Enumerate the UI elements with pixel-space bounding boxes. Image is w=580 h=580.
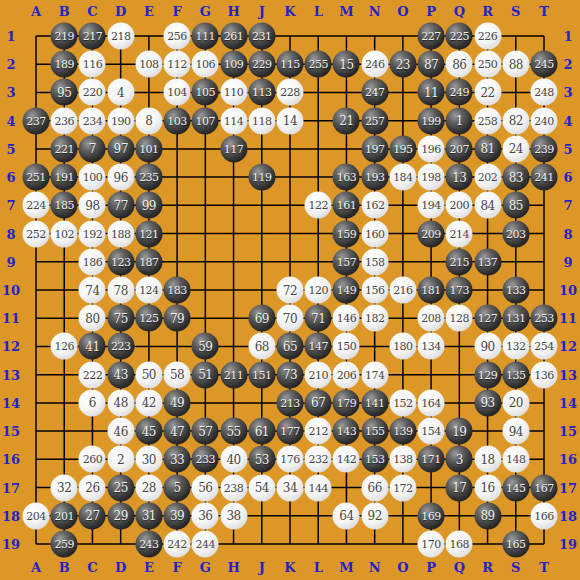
stone-D8[interactable]: 188 [107, 220, 134, 247]
stone-S11[interactable]: 131 [502, 305, 529, 332]
stone-P2[interactable]: 87 [418, 51, 445, 78]
stone-Q11[interactable]: 128 [446, 305, 473, 332]
stone-S14[interactable]: 20 [502, 389, 529, 416]
stone-O17[interactable]: 172 [389, 474, 416, 501]
stone-M2[interactable]: 15 [333, 51, 360, 78]
row-label-left-9: 9 [6, 255, 15, 268]
stone-B1[interactable]: 219 [51, 23, 78, 50]
stone-F17[interactable]: 5 [164, 474, 191, 501]
stone-J12[interactable]: 68 [248, 333, 275, 360]
stone-T2[interactable]: 245 [531, 51, 558, 78]
stone-N4[interactable]: 257 [361, 107, 388, 134]
stone-C5[interactable]: 7 [79, 135, 106, 162]
stone-D13[interactable]: 43 [107, 361, 134, 388]
move-number: 47 [170, 425, 184, 437]
stone-Q1[interactable]: 225 [446, 23, 473, 50]
stone-G18[interactable]: 36 [192, 502, 219, 529]
stone-Q9[interactable]: 215 [446, 248, 473, 275]
stone-N17[interactable]: 66 [361, 474, 388, 501]
stone-E8[interactable]: 121 [135, 220, 162, 247]
stone-J2[interactable]: 229 [248, 51, 275, 78]
stone-F11[interactable]: 79 [164, 305, 191, 332]
stone-B3[interactable]: 95 [51, 79, 78, 106]
move-number: 128 [450, 313, 470, 324]
move-number: 238 [224, 482, 244, 493]
stone-F2[interactable]: 112 [164, 51, 191, 78]
move-number: 173 [450, 285, 470, 296]
stone-J6[interactable]: 119 [248, 164, 275, 191]
stone-S19[interactable]: 165 [502, 531, 529, 558]
stone-P12[interactable]: 134 [418, 333, 445, 360]
stone-Q17[interactable]: 17 [446, 474, 473, 501]
move-number: 210 [308, 369, 328, 380]
stone-M8[interactable]: 159 [333, 220, 360, 247]
stone-E10[interactable]: 124 [135, 277, 162, 304]
stone-D7[interactable]: 77 [107, 192, 134, 219]
stone-L13[interactable]: 210 [305, 361, 332, 388]
stone-Q15[interactable]: 19 [446, 418, 473, 445]
stone-J1[interactable]: 231 [248, 23, 275, 50]
stone-Q7[interactable]: 200 [446, 192, 473, 219]
stone-C10[interactable]: 74 [79, 277, 106, 304]
stone-E11[interactable]: 125 [135, 305, 162, 332]
stone-F3[interactable]: 104 [164, 79, 191, 106]
row-label-right-16: 16 [559, 453, 577, 466]
move-number: 211 [224, 369, 244, 380]
stone-B12[interactable]: 126 [51, 333, 78, 360]
move-number: 19 [452, 425, 466, 437]
stone-D16[interactable]: 2 [107, 446, 134, 473]
stone-P16[interactable]: 171 [418, 446, 445, 473]
stone-N2[interactable]: 246 [361, 51, 388, 78]
stone-C12[interactable]: 41 [79, 333, 106, 360]
stone-S7[interactable]: 85 [502, 192, 529, 219]
stone-F18[interactable]: 39 [164, 502, 191, 529]
move-number: 58 [170, 369, 184, 381]
stone-Q3[interactable]: 249 [446, 79, 473, 106]
stone-R14[interactable]: 93 [474, 389, 501, 416]
stone-K12[interactable]: 65 [277, 333, 304, 360]
move-number: 79 [170, 312, 184, 324]
stone-G19[interactable]: 244 [192, 531, 219, 558]
row-label-right-18: 18 [559, 509, 577, 522]
move-number: 212 [308, 426, 328, 437]
stone-F10[interactable]: 183 [164, 277, 191, 304]
stone-F15[interactable]: 47 [164, 418, 191, 445]
stone-N14[interactable]: 141 [361, 389, 388, 416]
stone-T5[interactable]: 239 [531, 135, 558, 162]
stone-R11[interactable]: 127 [474, 305, 501, 332]
stone-P14[interactable]: 164 [418, 389, 445, 416]
stone-P19[interactable]: 170 [418, 531, 445, 558]
stone-E2[interactable]: 108 [135, 51, 162, 78]
stone-L7[interactable]: 122 [305, 192, 332, 219]
stone-G2[interactable]: 106 [192, 51, 219, 78]
stone-J3[interactable]: 113 [248, 79, 275, 106]
stone-L15[interactable]: 212 [305, 418, 332, 445]
col-label-top-A: A [31, 5, 41, 18]
stone-A7[interactable]: 224 [23, 192, 50, 219]
stone-N3[interactable]: 247 [361, 79, 388, 106]
stone-K11[interactable]: 70 [277, 305, 304, 332]
stone-T18[interactable]: 166 [531, 502, 558, 529]
stone-H17[interactable]: 238 [220, 474, 247, 501]
stone-M14[interactable]: 179 [333, 389, 360, 416]
stone-D5[interactable]: 97 [107, 135, 134, 162]
move-number: 217 [83, 31, 103, 42]
stone-J17[interactable]: 54 [248, 474, 275, 501]
stone-E17[interactable]: 28 [135, 474, 162, 501]
stone-F14[interactable]: 49 [164, 389, 191, 416]
stone-R2[interactable]: 250 [474, 51, 501, 78]
move-number: 135 [506, 369, 526, 380]
stone-C8[interactable]: 192 [79, 220, 106, 247]
stone-P18[interactable]: 169 [418, 502, 445, 529]
stone-P10[interactable]: 181 [418, 277, 445, 304]
move-number: 114 [224, 115, 244, 126]
stone-S8[interactable]: 203 [502, 220, 529, 247]
stone-L16[interactable]: 232 [305, 446, 332, 473]
move-number: 105 [196, 87, 216, 98]
stone-G1[interactable]: 111 [192, 23, 219, 50]
stone-F1[interactable]: 256 [164, 23, 191, 50]
stone-G17[interactable]: 56 [192, 474, 219, 501]
stone-O12[interactable]: 180 [389, 333, 416, 360]
move-number: 204 [26, 510, 46, 521]
stone-J13[interactable]: 151 [248, 361, 275, 388]
stone-K17[interactable]: 34 [277, 474, 304, 501]
stone-C16[interactable]: 260 [79, 446, 106, 473]
stone-P6[interactable]: 198 [418, 164, 445, 191]
stone-N13[interactable]: 174 [361, 361, 388, 388]
stone-J11[interactable]: 69 [248, 305, 275, 332]
stone-T4[interactable]: 240 [531, 107, 558, 134]
stone-K2[interactable]: 115 [277, 51, 304, 78]
stone-T13[interactable]: 136 [531, 361, 558, 388]
stone-D18[interactable]: 29 [107, 502, 134, 529]
stone-J15[interactable]: 61 [248, 418, 275, 445]
stone-R13[interactable]: 129 [474, 361, 501, 388]
stone-H3[interactable]: 110 [220, 79, 247, 106]
stone-L2[interactable]: 255 [305, 51, 332, 78]
stone-P1[interactable]: 227 [418, 23, 445, 50]
stone-P15[interactable]: 154 [418, 418, 445, 445]
stone-N6[interactable]: 193 [361, 164, 388, 191]
stone-C1[interactable]: 217 [79, 23, 106, 50]
stone-L10[interactable]: 120 [305, 277, 332, 304]
stone-O5[interactable]: 195 [389, 135, 416, 162]
stone-D6[interactable]: 96 [107, 164, 134, 191]
stone-C6[interactable]: 100 [79, 164, 106, 191]
move-number: 49 [170, 397, 184, 409]
stone-S16[interactable]: 148 [502, 446, 529, 473]
stone-N18[interactable]: 92 [361, 502, 388, 529]
stone-H4[interactable]: 114 [220, 107, 247, 134]
stone-D1[interactable]: 218 [107, 23, 134, 50]
stone-C4[interactable]: 234 [79, 107, 106, 134]
stone-Q10[interactable]: 173 [446, 277, 473, 304]
row-label-right-5: 5 [563, 142, 572, 155]
stone-K14[interactable]: 213 [277, 389, 304, 416]
stone-C3[interactable]: 220 [79, 79, 106, 106]
stone-C17[interactable]: 26 [79, 474, 106, 501]
stone-T11[interactable]: 253 [531, 305, 558, 332]
stone-C11[interactable]: 80 [79, 305, 106, 332]
stone-D4[interactable]: 190 [107, 107, 134, 134]
stone-E4[interactable]: 8 [135, 107, 162, 134]
move-number: 186 [83, 256, 103, 267]
stone-R16[interactable]: 18 [474, 446, 501, 473]
move-number: 86 [452, 58, 466, 70]
row-label-left-18: 18 [2, 509, 20, 522]
stone-C13[interactable]: 222 [79, 361, 106, 388]
stone-E18[interactable]: 31 [135, 502, 162, 529]
stone-R17[interactable]: 16 [474, 474, 501, 501]
stone-R5[interactable]: 81 [474, 135, 501, 162]
move-number: 171 [421, 454, 441, 465]
stone-G13[interactable]: 51 [192, 361, 219, 388]
move-number: 153 [365, 454, 385, 465]
stone-C14[interactable]: 6 [79, 389, 106, 416]
stone-O10[interactable]: 216 [389, 277, 416, 304]
stone-D11[interactable]: 75 [107, 305, 134, 332]
stone-A8[interactable]: 252 [23, 220, 50, 247]
stone-S12[interactable]: 132 [502, 333, 529, 360]
stone-T3[interactable]: 248 [531, 79, 558, 106]
move-number: 253 [534, 313, 554, 324]
stone-Q19[interactable]: 168 [446, 531, 473, 558]
stone-M6[interactable]: 163 [333, 164, 360, 191]
stone-L12[interactable]: 147 [305, 333, 332, 360]
stone-E15[interactable]: 45 [135, 418, 162, 445]
stone-G16[interactable]: 233 [192, 446, 219, 473]
stone-M16[interactable]: 142 [333, 446, 360, 473]
stone-G12[interactable]: 59 [192, 333, 219, 360]
stone-D12[interactable]: 223 [107, 333, 134, 360]
stone-P11[interactable]: 208 [418, 305, 445, 332]
stone-B2[interactable]: 189 [51, 51, 78, 78]
stone-S4[interactable]: 82 [502, 107, 529, 134]
stone-S17[interactable]: 145 [502, 474, 529, 501]
stone-R7[interactable]: 84 [474, 192, 501, 219]
stone-N15[interactable]: 155 [361, 418, 388, 445]
move-number: 14 [283, 115, 297, 127]
stone-H16[interactable]: 40 [220, 446, 247, 473]
row-label-left-6: 6 [6, 171, 15, 184]
stone-E6[interactable]: 235 [135, 164, 162, 191]
stone-Q5[interactable]: 207 [446, 135, 473, 162]
stone-F13[interactable]: 58 [164, 361, 191, 388]
stone-H15[interactable]: 55 [220, 418, 247, 445]
stone-R4[interactable]: 258 [474, 107, 501, 134]
stone-T6[interactable]: 241 [531, 164, 558, 191]
stone-D3[interactable]: 4 [107, 79, 134, 106]
move-number: 235 [139, 172, 159, 183]
stone-L14[interactable]: 67 [305, 389, 332, 416]
move-number: 247 [365, 87, 385, 98]
stone-K10[interactable]: 72 [277, 277, 304, 304]
stone-E16[interactable]: 30 [135, 446, 162, 473]
stone-K4[interactable]: 14 [277, 107, 304, 134]
move-number: 21 [339, 115, 353, 127]
stone-P7[interactable]: 194 [418, 192, 445, 219]
stone-D17[interactable]: 25 [107, 474, 134, 501]
stone-M11[interactable]: 146 [333, 305, 360, 332]
stone-S5[interactable]: 24 [502, 135, 529, 162]
stone-E7[interactable]: 99 [135, 192, 162, 219]
stone-M15[interactable]: 143 [333, 418, 360, 445]
move-number: 57 [198, 425, 212, 437]
stone-A6[interactable]: 251 [23, 164, 50, 191]
stone-O2[interactable]: 23 [389, 51, 416, 78]
stone-G3[interactable]: 105 [192, 79, 219, 106]
stone-E9[interactable]: 187 [135, 248, 162, 275]
stone-S6[interactable]: 83 [502, 164, 529, 191]
move-number: 260 [83, 454, 103, 465]
stone-R1[interactable]: 226 [474, 23, 501, 50]
stone-S2[interactable]: 88 [502, 51, 529, 78]
move-number: 245 [534, 59, 554, 70]
stone-F4[interactable]: 103 [164, 107, 191, 134]
stone-M9[interactable]: 157 [333, 248, 360, 275]
stone-Q16[interactable]: 3 [446, 446, 473, 473]
stone-H2[interactable]: 109 [220, 51, 247, 78]
stone-P8[interactable]: 209 [418, 220, 445, 247]
move-number: 179 [337, 397, 357, 408]
stone-S10[interactable]: 133 [502, 277, 529, 304]
stone-B17[interactable]: 32 [51, 474, 78, 501]
stone-B6[interactable]: 191 [51, 164, 78, 191]
stone-D9[interactable]: 123 [107, 248, 134, 275]
stone-M13[interactable]: 206 [333, 361, 360, 388]
stone-L11[interactable]: 71 [305, 305, 332, 332]
move-number: 99 [142, 199, 156, 211]
row-label-left-17: 17 [2, 481, 20, 494]
stone-Q8[interactable]: 214 [446, 220, 473, 247]
move-number: 126 [54, 341, 74, 352]
stone-E19[interactable]: 243 [135, 531, 162, 558]
move-number: 82 [509, 115, 523, 127]
stone-O16[interactable]: 138 [389, 446, 416, 473]
stone-O6[interactable]: 184 [389, 164, 416, 191]
move-number: 216 [393, 285, 413, 296]
stone-E14[interactable]: 42 [135, 389, 162, 416]
stone-R6[interactable]: 202 [474, 164, 501, 191]
stone-C9[interactable]: 186 [79, 248, 106, 275]
stone-R18[interactable]: 89 [474, 502, 501, 529]
move-number: 22 [480, 86, 494, 98]
stone-B18[interactable]: 201 [51, 502, 78, 529]
stone-K3[interactable]: 228 [277, 79, 304, 106]
move-number: 163 [337, 172, 357, 183]
stone-N8[interactable]: 160 [361, 220, 388, 247]
stone-E5[interactable]: 101 [135, 135, 162, 162]
stone-P4[interactable]: 199 [418, 107, 445, 134]
stone-J4[interactable]: 118 [248, 107, 275, 134]
stone-S13[interactable]: 135 [502, 361, 529, 388]
move-number: 246 [365, 59, 385, 70]
stone-B4[interactable]: 236 [51, 107, 78, 134]
stone-N7[interactable]: 162 [361, 192, 388, 219]
stone-M10[interactable]: 149 [333, 277, 360, 304]
col-label-top-J: J [259, 5, 265, 18]
row-label-left-19: 19 [2, 538, 20, 551]
stone-M12[interactable]: 150 [333, 333, 360, 360]
stone-K16[interactable]: 176 [277, 446, 304, 473]
stone-G4[interactable]: 107 [192, 107, 219, 134]
stone-T12[interactable]: 254 [531, 333, 558, 360]
move-number: 187 [139, 256, 159, 267]
stone-A4[interactable]: 237 [23, 107, 50, 134]
stone-A18[interactable]: 204 [23, 502, 50, 529]
stone-Q6[interactable]: 13 [446, 164, 473, 191]
stone-N10[interactable]: 156 [361, 277, 388, 304]
stone-H18[interactable]: 38 [220, 502, 247, 529]
stone-H5[interactable]: 117 [220, 135, 247, 162]
stone-M4[interactable]: 21 [333, 107, 360, 134]
stone-J16[interactable]: 53 [248, 446, 275, 473]
move-number: 16 [480, 482, 494, 494]
stone-M7[interactable]: 161 [333, 192, 360, 219]
stone-B19[interactable]: 259 [51, 531, 78, 558]
stone-B8[interactable]: 102 [51, 220, 78, 247]
stone-B5[interactable]: 221 [51, 135, 78, 162]
stone-O14[interactable]: 152 [389, 389, 416, 416]
move-number: 149 [337, 285, 357, 296]
move-number: 157 [337, 256, 357, 267]
move-number: 232 [308, 454, 328, 465]
stone-D10[interactable]: 78 [107, 277, 134, 304]
stone-P5[interactable]: 196 [418, 135, 445, 162]
stone-C18[interactable]: 27 [79, 502, 106, 529]
stone-E13[interactable]: 50 [135, 361, 162, 388]
stone-R9[interactable]: 137 [474, 248, 501, 275]
stone-K13[interactable]: 73 [277, 361, 304, 388]
stone-D15[interactable]: 46 [107, 418, 134, 445]
stone-R3[interactable]: 22 [474, 79, 501, 106]
col-label-bottom-H: H [227, 561, 239, 574]
stone-P3[interactable]: 11 [418, 79, 445, 106]
stone-H1[interactable]: 261 [220, 23, 247, 50]
stone-K15[interactable]: 177 [277, 418, 304, 445]
stone-N11[interactable]: 182 [361, 305, 388, 332]
stone-T17[interactable]: 167 [531, 474, 558, 501]
stone-C2[interactable]: 116 [79, 51, 106, 78]
stone-Q2[interactable]: 86 [446, 51, 473, 78]
stone-O15[interactable]: 139 [389, 418, 416, 445]
stone-L17[interactable]: 144 [305, 474, 332, 501]
move-number: 40 [226, 453, 240, 465]
move-number: 249 [450, 87, 470, 98]
stone-N16[interactable]: 153 [361, 446, 388, 473]
stone-Q4[interactable]: 1 [446, 107, 473, 134]
stone-G15[interactable]: 57 [192, 418, 219, 445]
stone-N9[interactable]: 158 [361, 248, 388, 275]
stone-S15[interactable]: 94 [502, 418, 529, 445]
stone-C7[interactable]: 98 [79, 192, 106, 219]
stone-M18[interactable]: 64 [333, 502, 360, 529]
stone-D14[interactable]: 48 [107, 389, 134, 416]
stone-H13[interactable]: 211 [220, 361, 247, 388]
stone-B7[interactable]: 185 [51, 192, 78, 219]
stone-F16[interactable]: 33 [164, 446, 191, 473]
stone-F19[interactable]: 242 [164, 531, 191, 558]
col-label-bottom-C: C [87, 561, 97, 574]
move-number: 89 [480, 510, 494, 522]
stone-R12[interactable]: 90 [474, 333, 501, 360]
stone-N5[interactable]: 197 [361, 135, 388, 162]
move-number: 97 [114, 143, 128, 155]
